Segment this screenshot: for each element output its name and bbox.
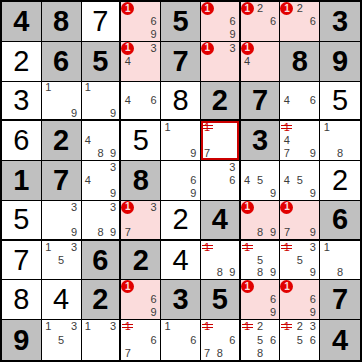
- candidate-4: 4: [280, 134, 293, 147]
- solved-digit: 5: [121, 121, 160, 160]
- cell-r1c8[interactable]: 126: [280, 2, 320, 42]
- candidate-1-circled-marker: 1: [201, 2, 214, 15]
- candidate-1-crossed-marker: 1: [121, 320, 134, 333]
- cell-r8c9[interactable]: 7: [320, 280, 360, 320]
- candidate-6: 6: [267, 15, 280, 28]
- candidate-9: 9: [306, 147, 319, 160]
- candidate-7: 7: [201, 347, 214, 360]
- candidate-1-crossed-marker: 1: [201, 320, 214, 333]
- given-digit: 6: [42, 42, 81, 81]
- strikethrough-lines-icon: [280, 241, 293, 254]
- candidate-1-circled-marker: 1: [280, 201, 293, 214]
- cell-r9c5[interactable]: 16: [161, 320, 201, 360]
- given-digit: 3: [320, 2, 360, 41]
- candidate-1-circled-marker: 1: [241, 280, 254, 293]
- candidate-8: 8: [94, 226, 107, 239]
- given-digit: 5: [161, 2, 200, 41]
- given-digit: 8: [280, 42, 319, 81]
- strikethrough-lines-icon: [201, 320, 214, 333]
- candidate-1: 1: [320, 241, 333, 254]
- given-digit: 6: [82, 241, 120, 280]
- candidate-7: 7: [280, 226, 293, 238]
- candidate-1-crossed-marker: 1: [280, 241, 293, 254]
- candidate-6: 6: [187, 174, 200, 187]
- candidate-1-crossed-marker: 1: [280, 320, 293, 333]
- cell-r2c6[interactable]: 13: [201, 42, 241, 82]
- candidate-9: 9: [68, 226, 81, 239]
- solved-digit: 2: [2, 42, 41, 81]
- candidate-1: 1: [42, 82, 55, 95]
- candidate-6: 6: [226, 333, 239, 346]
- pencil-marks: 12568: [241, 320, 280, 360]
- candidate-1: 1: [161, 121, 174, 134]
- candidate-7: 7: [201, 147, 214, 160]
- candidate-1-circled-marker: 1: [241, 2, 254, 15]
- cell-r7c5[interactable]: 4: [161, 241, 201, 281]
- candidate-1-crossed-marker: 1: [280, 121, 293, 134]
- candidate-5: 5: [55, 333, 68, 346]
- cell-r7c9[interactable]: 18: [320, 241, 360, 281]
- cell-r1c4[interactable]: 169: [121, 2, 161, 42]
- candidate-6: 6: [226, 15, 238, 28]
- pencil-marks: 489: [82, 121, 120, 160]
- cell-r8c7[interactable]: 169: [241, 280, 281, 320]
- given-digit: 9: [2, 320, 41, 360]
- cell-r7c7[interactable]: 1589: [241, 241, 281, 281]
- candidate-1-crossed-marker: 1: [201, 121, 214, 134]
- candidate-8: 8: [254, 347, 267, 360]
- candidate-6: 6: [147, 94, 160, 107]
- solved-digit: 7: [2, 241, 41, 280]
- cell-r8c8[interactable]: 169: [280, 280, 320, 320]
- pencil-marks: 137: [121, 201, 160, 239]
- candidate-6: 6: [306, 293, 319, 306]
- strikethrough-lines-icon: [241, 241, 254, 254]
- cell-r3c3[interactable]: 19: [82, 82, 122, 122]
- pencil-marks: 459: [241, 161, 280, 200]
- candidate-9: 9: [147, 306, 160, 319]
- circled-1-icon: 1: [121, 42, 134, 55]
- strikethrough-lines-icon: [280, 121, 293, 134]
- candidate-5: 5: [254, 174, 267, 187]
- given-digit: 3: [241, 121, 280, 160]
- candidate-9: 9: [306, 306, 319, 319]
- given-digit: 3: [161, 280, 200, 319]
- cell-r1c2[interactable]: 8: [42, 2, 82, 42]
- candidate-9: 9: [107, 147, 120, 160]
- candidate-9: 9: [267, 187, 280, 200]
- pencil-marks: 19: [82, 82, 120, 120]
- solved-digit: 3: [2, 82, 41, 120]
- candidate-1: 1: [82, 320, 95, 333]
- given-digit: 5: [201, 280, 239, 319]
- candidate-3: 3: [107, 320, 120, 333]
- cell-r3c2[interactable]: 19: [42, 82, 82, 122]
- cell-r9c2[interactable]: 135: [42, 320, 82, 360]
- candidate-9: 9: [226, 267, 239, 280]
- pencil-marks: 135: [42, 241, 81, 280]
- cell-r3c6[interactable]: 2: [201, 82, 241, 122]
- cell-r4c2[interactable]: 2: [42, 121, 82, 161]
- cell-r9c6[interactable]: 1678: [201, 320, 241, 360]
- cell-r8c1[interactable]: 8: [2, 280, 42, 320]
- cell-r5c5[interactable]: 69: [161, 161, 201, 201]
- cell-r8c3[interactable]: 2: [82, 280, 122, 320]
- cell-r7c4[interactable]: 2: [121, 241, 161, 281]
- pencil-marks: 389: [82, 201, 120, 239]
- cell-r7c6[interactable]: 189: [201, 241, 241, 281]
- cell-r9c4[interactable]: 167: [121, 320, 161, 360]
- circled-1-icon: 1: [280, 280, 293, 293]
- cell-r3c7[interactable]: 7: [241, 82, 281, 122]
- cell-r7c8[interactable]: 1359: [280, 241, 320, 281]
- candidate-6: 6: [147, 293, 160, 306]
- circled-1-icon: 1: [201, 2, 214, 15]
- candidate-9: 9: [187, 147, 200, 160]
- pencil-marks: 189: [241, 201, 280, 239]
- cell-r8c2[interactable]: 4: [42, 280, 82, 320]
- pencil-marks: 349: [82, 161, 120, 200]
- given-digit: 8: [121, 161, 160, 200]
- cell-r5c9[interactable]: 2: [320, 161, 360, 201]
- cell-r6c4[interactable]: 137: [121, 201, 161, 241]
- pencil-marks: 179: [280, 201, 319, 239]
- solved-digit: 5: [320, 82, 360, 120]
- candidate-1-circled-marker: 1: [121, 201, 134, 214]
- candidate-3: 3: [68, 320, 81, 333]
- pencil-marks: 189: [201, 241, 239, 280]
- given-digit: 2: [82, 280, 120, 319]
- cell-r4c9[interactable]: 18: [320, 121, 360, 161]
- pencil-marks: 18: [320, 241, 360, 280]
- cell-r5c1[interactable]: 1: [2, 161, 42, 201]
- candidate-1-circled-marker: 1: [241, 201, 254, 214]
- candidate-9: 9: [187, 187, 200, 200]
- cell-r6c1[interactable]: 5: [2, 201, 42, 241]
- candidate-1: 1: [320, 121, 333, 134]
- cell-r7c3[interactable]: 6: [82, 241, 122, 281]
- given-digit: 2: [121, 241, 160, 280]
- candidate-9: 9: [267, 267, 280, 280]
- given-digit: 5: [82, 42, 120, 81]
- given-digit: 2: [201, 82, 239, 120]
- candidate-6: 6: [267, 333, 280, 346]
- pencil-marks: 18: [320, 121, 360, 160]
- cell-r2c2[interactable]: 6: [42, 42, 82, 82]
- given-digit: 8: [42, 2, 81, 41]
- candidate-5: 5: [293, 333, 306, 346]
- circled-1-icon: 1: [241, 2, 254, 15]
- strikethrough-lines-icon: [280, 320, 293, 333]
- candidate-4: 4: [82, 134, 95, 147]
- pencil-marks: 16: [161, 320, 200, 360]
- strikethrough-lines-icon: [201, 241, 214, 254]
- candidate-1-circled-marker: 1: [280, 2, 293, 15]
- cell-r6c3[interactable]: 389: [82, 201, 122, 241]
- candidate-1: 1: [161, 320, 174, 333]
- cell-r8c4[interactable]: 169: [121, 280, 161, 320]
- candidate-1: 1: [42, 241, 55, 254]
- given-digit: 4: [2, 2, 41, 41]
- pencil-marks: 36: [201, 161, 239, 200]
- candidate-1-crossed-marker: 1: [201, 241, 214, 254]
- circled-1-icon: 1: [241, 201, 254, 214]
- candidate-1-circled-marker: 1: [121, 42, 134, 55]
- given-digit: 7: [42, 161, 81, 200]
- candidate-3: 3: [147, 42, 160, 55]
- cell-r5c2[interactable]: 7: [42, 161, 82, 201]
- candidate-4: 4: [121, 55, 134, 68]
- pencil-marks: 459: [280, 161, 319, 200]
- cell-r2c1[interactable]: 2: [2, 42, 42, 82]
- solved-digit: 4: [161, 241, 200, 280]
- candidate-2: 2: [293, 320, 306, 333]
- pencil-marks: 19: [42, 82, 81, 120]
- candidate-9: 9: [107, 226, 120, 239]
- given-digit: 7: [161, 42, 200, 81]
- cell-r4c6[interactable]: 17: [201, 121, 241, 161]
- candidate-7: 7: [121, 226, 134, 238]
- cell-r2c8[interactable]: 8: [280, 42, 320, 82]
- solved-digit: 7: [82, 2, 120, 41]
- cell-r5c8[interactable]: 459: [280, 161, 320, 201]
- cell-r5c7[interactable]: 459: [241, 161, 281, 201]
- candidate-3: 3: [107, 201, 120, 214]
- candidate-5: 5: [254, 254, 267, 267]
- cell-r9c9[interactable]: 4: [320, 320, 360, 360]
- candidate-6: 6: [267, 293, 280, 306]
- cell-r2c4[interactable]: 134: [121, 42, 161, 82]
- sudoku-board: 4871695169126126326513471314893191946827…: [0, 0, 362, 362]
- given-digit: 1: [2, 161, 41, 200]
- cell-r4c3[interactable]: 489: [82, 121, 122, 161]
- candidate-7: 7: [280, 147, 293, 160]
- cell-r2c9[interactable]: 9: [320, 42, 360, 82]
- pencil-marks: 46: [121, 82, 160, 120]
- pencil-marks: 169: [201, 2, 239, 41]
- pencil-marks: 14: [241, 42, 280, 81]
- candidate-2: 2: [254, 320, 267, 333]
- candidate-7: 7: [121, 347, 134, 360]
- candidate-5: 5: [254, 333, 267, 346]
- solved-digit: 4: [42, 280, 81, 319]
- pencil-marks: 39: [42, 201, 81, 239]
- cell-r9c3[interactable]: 13: [82, 320, 122, 360]
- cell-r3c4[interactable]: 46: [121, 82, 161, 122]
- strikethrough-lines-icon: [201, 121, 214, 134]
- circled-1-icon: 1: [121, 280, 134, 293]
- candidate-9: 9: [306, 187, 319, 200]
- pencil-marks: 126: [241, 2, 280, 41]
- candidate-1-circled-marker: 1: [201, 42, 214, 55]
- candidate-4: 4: [82, 174, 95, 187]
- strikethrough-lines-icon: [241, 320, 254, 333]
- pencil-marks: 1589: [241, 241, 280, 280]
- cell-r1c6[interactable]: 169: [201, 2, 241, 42]
- candidate-6: 6: [306, 15, 319, 28]
- candidate-5: 5: [55, 254, 68, 267]
- candidate-6: 6: [187, 333, 200, 346]
- candidate-6: 6: [147, 15, 160, 28]
- cell-r3c9[interactable]: 5: [320, 82, 360, 122]
- cell-r7c1[interactable]: 7: [2, 241, 42, 281]
- solved-digit: 8: [161, 82, 200, 120]
- candidate-2: 2: [293, 2, 306, 15]
- candidate-3: 3: [306, 241, 319, 254]
- given-digit: 9: [320, 42, 360, 81]
- pencil-marks: 1678: [201, 320, 239, 360]
- cell-r2c3[interactable]: 5: [82, 42, 122, 82]
- candidate-8: 8: [213, 267, 226, 280]
- pencil-marks: 134: [121, 42, 160, 81]
- candidate-4: 4: [280, 94, 293, 107]
- candidate-1-crossed-marker: 1: [241, 241, 254, 254]
- cell-r3c1[interactable]: 3: [2, 82, 42, 122]
- candidate-1-crossed-marker: 1: [241, 320, 254, 333]
- pencil-marks: 17: [201, 121, 239, 160]
- circled-1-icon: 1: [280, 201, 293, 214]
- pencil-marks: 126: [280, 2, 319, 41]
- pencil-marks: 1479: [280, 121, 319, 160]
- cell-r1c9[interactable]: 3: [320, 2, 360, 42]
- candidate-4: 4: [241, 174, 254, 187]
- pencil-marks: 169: [121, 280, 160, 319]
- candidate-3: 3: [226, 161, 239, 174]
- candidate-6: 6: [226, 174, 239, 187]
- candidate-8: 8: [213, 347, 226, 360]
- circled-1-icon: 1: [241, 280, 254, 293]
- cell-r9c8[interactable]: 12356: [280, 320, 320, 360]
- cell-r2c5[interactable]: 7: [161, 42, 201, 82]
- cell-r9c1[interactable]: 9: [2, 320, 42, 360]
- cell-r6c2[interactable]: 39: [42, 201, 82, 241]
- candidate-9: 9: [306, 226, 319, 238]
- cell-r4c8[interactable]: 1479: [280, 121, 320, 161]
- candidate-3: 3: [68, 241, 81, 254]
- cell-r3c5[interactable]: 8: [161, 82, 201, 122]
- pencil-marks: 13: [201, 42, 239, 81]
- candidate-1-circled-marker: 1: [280, 280, 293, 293]
- candidate-6: 6: [306, 94, 319, 107]
- cell-r4c1[interactable]: 6: [2, 121, 42, 161]
- circled-1-icon: 1: [280, 2, 293, 15]
- candidate-9: 9: [306, 267, 319, 280]
- cell-r2c7[interactable]: 14: [241, 42, 281, 82]
- cell-r6c6[interactable]: 4: [201, 201, 241, 241]
- candidate-3: 3: [107, 161, 120, 174]
- cell-r4c5[interactable]: 19: [161, 121, 201, 161]
- candidate-6: 6: [147, 333, 160, 346]
- cell-r5c4[interactable]: 8: [121, 161, 161, 201]
- cell-r9c7[interactable]: 12568: [241, 320, 281, 360]
- solved-digit: 2: [320, 161, 360, 200]
- candidate-9: 9: [267, 306, 280, 319]
- candidate-9: 9: [226, 28, 238, 41]
- pencil-marks: 12356: [280, 320, 319, 360]
- candidate-4: 4: [280, 174, 293, 187]
- candidate-9: 9: [267, 226, 280, 238]
- solved-digit: 6: [2, 121, 41, 160]
- candidate-1-circled-marker: 1: [121, 2, 134, 15]
- candidate-8: 8: [254, 226, 267, 238]
- circled-1-icon: 1: [121, 2, 134, 15]
- cell-r1c1[interactable]: 4: [2, 2, 42, 42]
- cell-r4c4[interactable]: 5: [121, 121, 161, 161]
- candidate-9: 9: [107, 107, 120, 120]
- cell-r6c7[interactable]: 189: [241, 201, 281, 241]
- circled-1-icon: 1: [201, 42, 214, 55]
- cell-r8c5[interactable]: 3: [161, 280, 201, 320]
- pencil-marks: 167: [121, 320, 160, 360]
- circled-1-icon: 1: [241, 42, 254, 55]
- circled-1-icon: 1: [121, 201, 134, 214]
- given-digit: 6: [320, 201, 360, 239]
- cell-r6c5[interactable]: 2: [161, 201, 201, 241]
- pencil-marks: 19: [161, 121, 200, 160]
- candidate-5: 5: [293, 254, 306, 267]
- cell-r6c9[interactable]: 6: [320, 201, 360, 241]
- candidate-1: 1: [42, 320, 55, 333]
- cell-r7c2[interactable]: 135: [42, 241, 82, 281]
- candidate-8: 8: [333, 267, 346, 280]
- candidate-3: 3: [306, 320, 319, 333]
- candidate-9: 9: [107, 187, 120, 200]
- solved-digit: 2: [161, 201, 200, 239]
- pencil-marks: 69: [161, 161, 200, 200]
- solved-digit: 8: [2, 280, 41, 319]
- cell-r1c3[interactable]: 7: [82, 2, 122, 42]
- candidate-2: 2: [254, 2, 267, 15]
- candidate-9: 9: [147, 28, 160, 41]
- given-digit: 7: [320, 280, 360, 319]
- candidate-8: 8: [94, 147, 107, 160]
- cell-r8c6[interactable]: 5: [201, 280, 241, 320]
- pencil-marks: 13: [82, 320, 120, 360]
- candidate-8: 8: [333, 147, 346, 160]
- candidate-3: 3: [147, 201, 160, 214]
- pencil-marks: 169: [280, 280, 319, 319]
- pencil-marks: 169: [241, 280, 280, 319]
- strikethrough-lines-icon: [121, 320, 134, 333]
- candidate-5: 5: [293, 174, 306, 187]
- candidate-3: 3: [226, 42, 238, 55]
- cell-r1c7[interactable]: 126: [241, 2, 281, 42]
- candidate-4: 4: [121, 94, 134, 107]
- cell-r5c3[interactable]: 349: [82, 161, 122, 201]
- pencil-marks: 1359: [280, 241, 319, 280]
- pencil-marks: 135: [42, 320, 81, 360]
- solved-digit: 5: [2, 201, 41, 239]
- given-digit: 4: [320, 320, 360, 360]
- given-digit: 4: [201, 201, 239, 239]
- candidate-1-circled-marker: 1: [241, 42, 254, 55]
- cell-r6c8[interactable]: 179: [280, 201, 320, 241]
- candidate-6: 6: [306, 333, 319, 346]
- candidate-1: 1: [82, 82, 95, 95]
- pencil-marks: 46: [280, 82, 319, 120]
- cell-r3c8[interactable]: 46: [280, 82, 320, 122]
- cell-r1c5[interactable]: 5: [161, 2, 201, 42]
- candidate-8: 8: [254, 267, 267, 280]
- cell-r5c6[interactable]: 36: [201, 161, 241, 201]
- given-digit: 2: [42, 121, 81, 160]
- candidate-9: 9: [68, 107, 81, 120]
- cell-r4c7[interactable]: 3: [241, 121, 281, 161]
- pencil-marks: 169: [121, 2, 160, 41]
- candidate-1-circled-marker: 1: [121, 280, 134, 293]
- candidate-4: 4: [241, 55, 254, 68]
- given-digit: 7: [241, 82, 280, 120]
